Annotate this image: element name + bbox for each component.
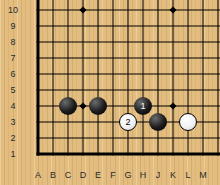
column-label-E: E xyxy=(95,171,101,180)
row-label-9: 9 xyxy=(10,22,15,31)
column-label-J: J xyxy=(156,171,161,180)
column-label-L: L xyxy=(185,171,190,180)
row-label-2: 2 xyxy=(10,134,15,143)
column-label-B: B xyxy=(50,171,56,180)
row-label-6: 6 xyxy=(10,70,15,79)
column-label-H: H xyxy=(140,171,147,180)
stone-black-C4[interactable] xyxy=(59,97,77,115)
stone-white-L3[interactable] xyxy=(179,113,197,131)
stone-black-H4[interactable]: 1 xyxy=(134,97,152,115)
stone-black-J3[interactable] xyxy=(149,113,167,131)
column-label-F: F xyxy=(110,171,116,180)
go-board: 12 12345678910 ABCDEFGHJKLM xyxy=(0,0,220,185)
column-label-G: G xyxy=(124,171,131,180)
column-label-C: C xyxy=(65,171,72,180)
row-label-10: 10 xyxy=(8,6,18,15)
row-label-4: 4 xyxy=(10,102,15,111)
row-label-5: 5 xyxy=(10,86,15,95)
column-label-D: D xyxy=(80,171,87,180)
column-label-A: A xyxy=(35,171,41,180)
row-label-1: 1 xyxy=(10,150,15,159)
row-label-3: 3 xyxy=(10,118,15,127)
column-label-M: M xyxy=(199,171,207,180)
column-label-K: K xyxy=(170,171,176,180)
row-label-8: 8 xyxy=(10,38,15,47)
board-grid-lines xyxy=(0,0,220,185)
move-number-label: 2 xyxy=(125,118,130,127)
row-label-7: 7 xyxy=(10,54,15,63)
stone-black-E4[interactable] xyxy=(89,97,107,115)
move-number-label: 1 xyxy=(140,102,145,111)
stone-white-G3[interactable]: 2 xyxy=(119,113,137,131)
